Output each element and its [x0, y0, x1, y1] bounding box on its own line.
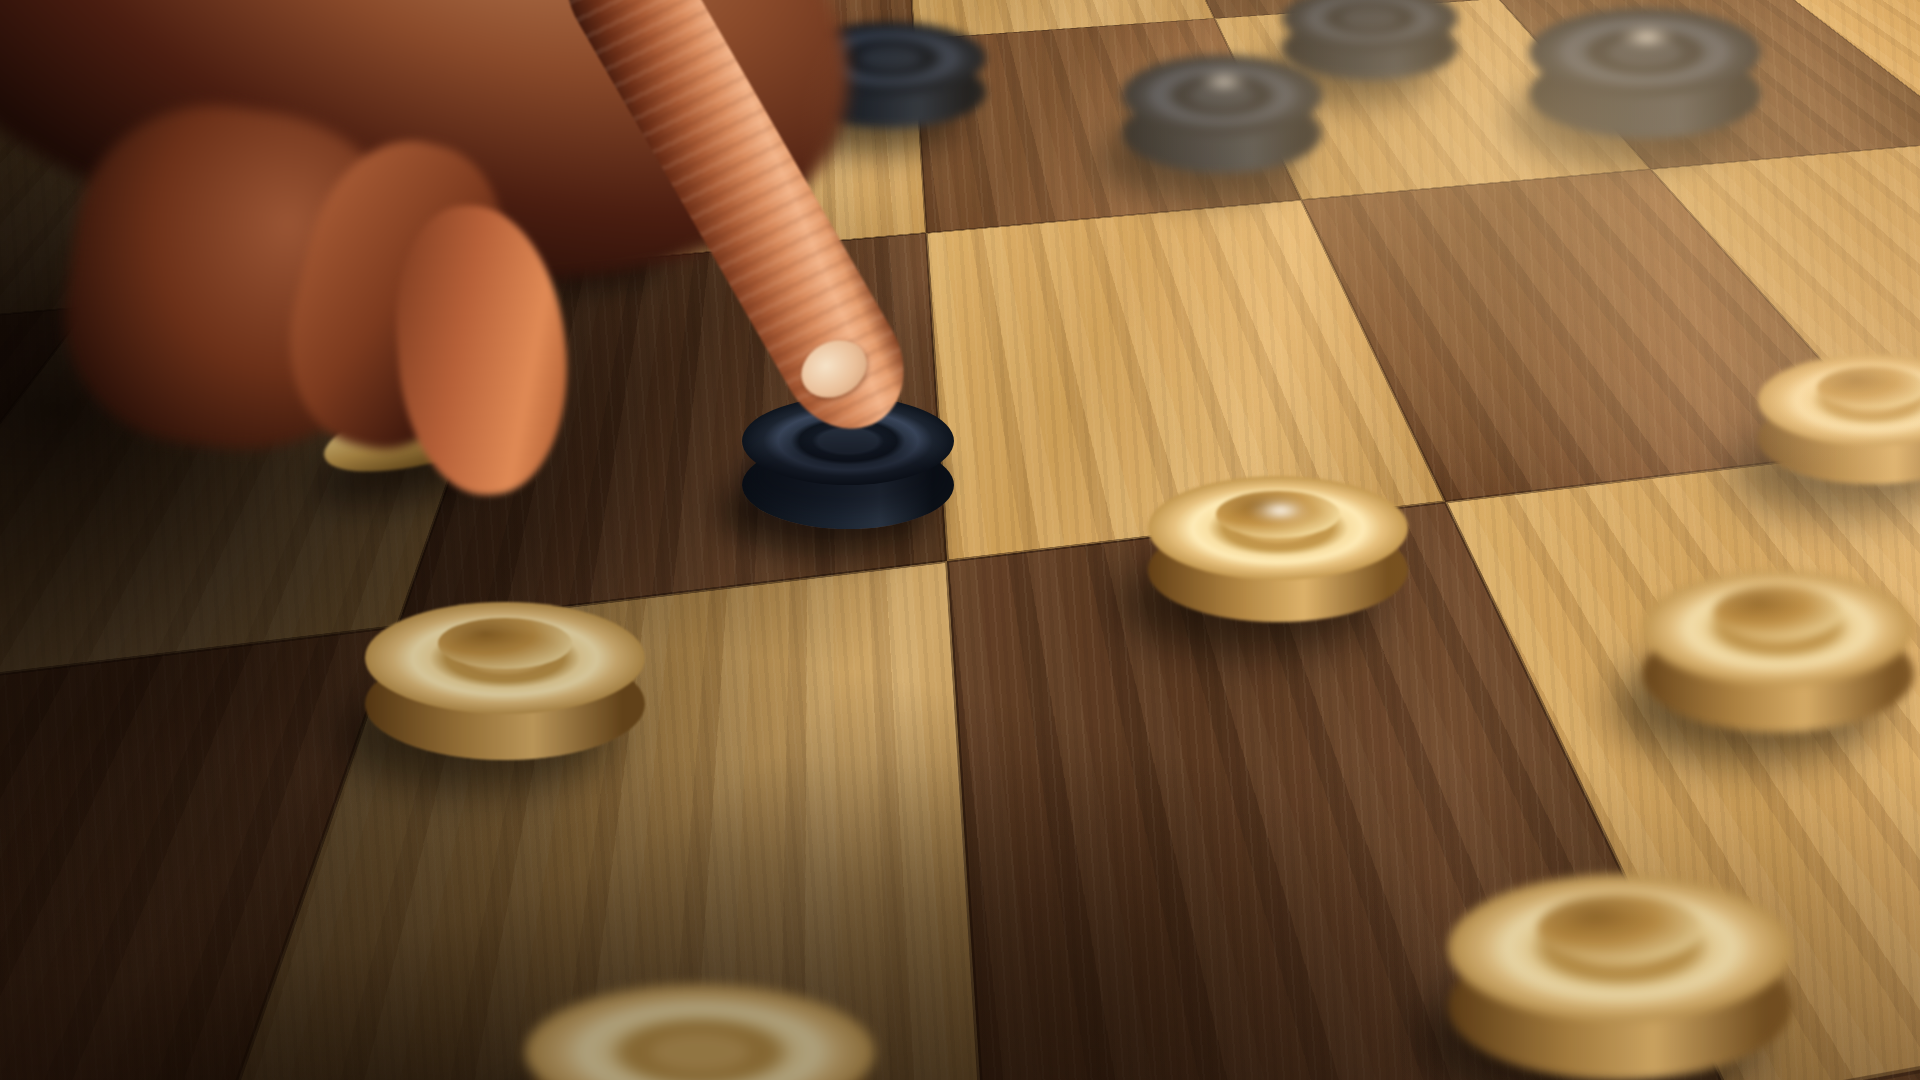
piece-face [525, 984, 875, 1080]
dark-checker-piece[interactable] [1122, 55, 1322, 173]
light-checker-piece[interactable] [1758, 354, 1920, 484]
piece-face [794, 22, 986, 94]
dark-checker-piece[interactable] [716, 146, 804, 195]
piece-face [1122, 55, 1322, 135]
light-checker-piece[interactable] [1642, 570, 1914, 732]
piece-face [1148, 476, 1408, 580]
piece-face [1529, 8, 1761, 96]
specular-highlight [1247, 497, 1315, 524]
piece-face [1448, 874, 1792, 1022]
dark-checker-piece[interactable] [742, 397, 954, 529]
light-checker-piece[interactable] [1148, 476, 1408, 622]
piece-face [742, 397, 954, 485]
piece-recess [1537, 895, 1702, 963]
dark-checker-piece[interactable] [794, 22, 986, 128]
specular-highlight [1617, 26, 1677, 49]
piece-recess [438, 618, 572, 670]
piece-recess [1713, 586, 1844, 639]
checkers-photo-scene [0, 0, 1920, 1080]
light-checker-piece[interactable] [1448, 874, 1792, 1080]
light-checker-piece[interactable] [365, 602, 645, 760]
light-checker-piece[interactable] [525, 984, 875, 1080]
specular-highlight [1198, 71, 1250, 92]
piece-face [716, 146, 804, 180]
piece-face [525, 173, 685, 233]
dark-checker-piece[interactable] [1529, 8, 1761, 138]
piece-face [365, 602, 645, 714]
dark-checker-piece[interactable] [525, 173, 685, 261]
piece-face [1642, 570, 1914, 686]
piece-recess [1817, 367, 1920, 409]
